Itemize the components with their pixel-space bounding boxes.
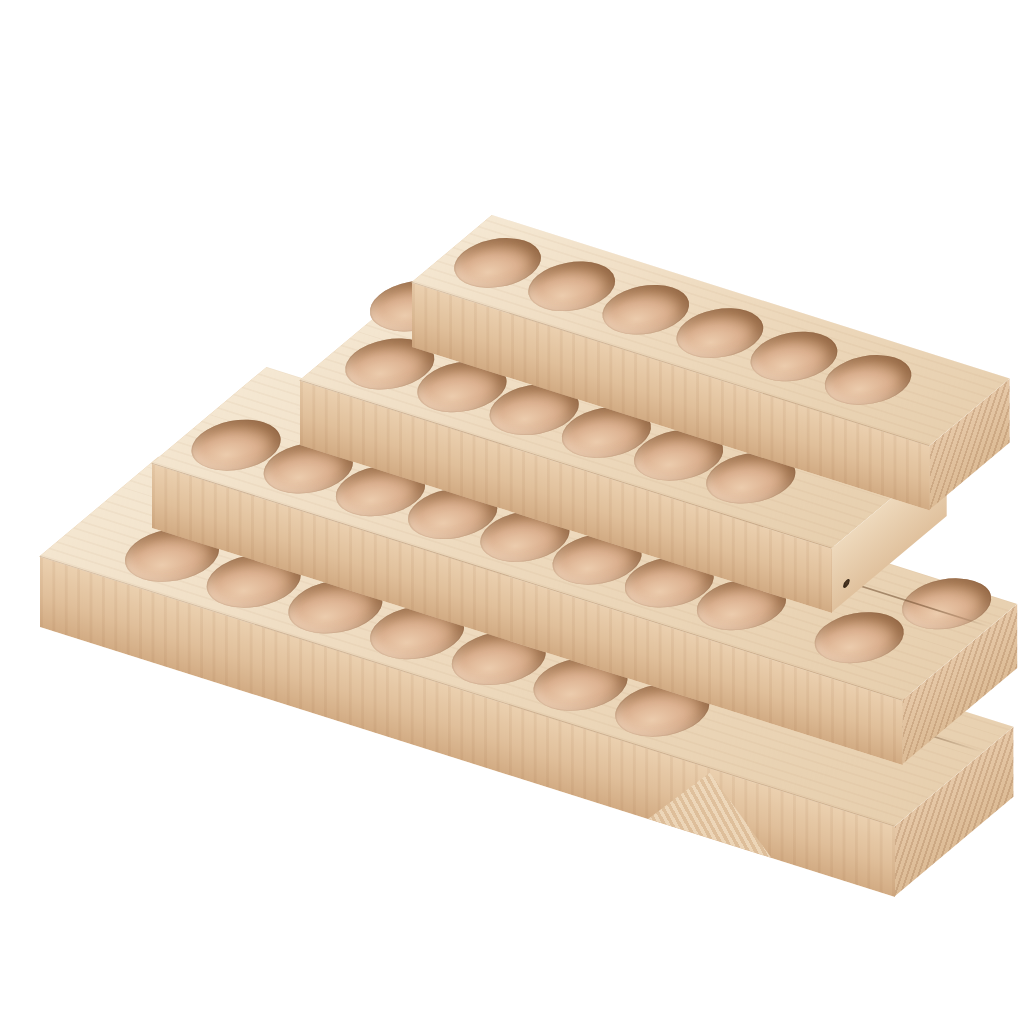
wooden-tier-rack — [0, 0, 1024, 1024]
product-photo-canvas — [0, 0, 1024, 1024]
tier-1-top — [0, 0, 1024, 1024]
